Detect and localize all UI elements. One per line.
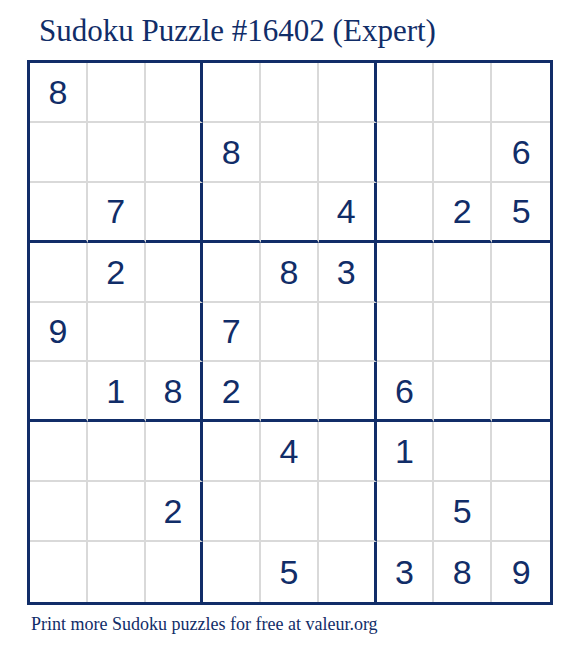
sudoku-cell-r3c2: 7 [88,183,146,243]
given-digit: 6 [512,135,531,169]
sudoku-cell-r2c4: 8 [203,123,261,183]
given-digit: 7 [222,314,241,348]
sudoku-cell-r5c6 [319,303,377,363]
given-digit: 1 [106,374,125,408]
sudoku-cell-r2c3 [146,123,204,183]
sudoku-cell-r2c5 [261,123,319,183]
sudoku-cell-r6c4: 2 [203,362,261,422]
sudoku-cell-r9c5: 5 [261,542,319,602]
sudoku-cell-r8c8: 5 [434,482,492,542]
sudoku-cell-r7c9 [492,422,550,482]
sudoku-cell-r4c4 [203,243,261,303]
sudoku-cell-r5c3 [146,303,204,363]
sudoku-cell-r5c2 [88,303,146,363]
sudoku-cell-r4c1 [30,243,88,303]
sudoku-cell-r3c1 [30,183,88,243]
sudoku-cell-r6c6 [319,362,377,422]
sudoku-cell-r1c5 [261,63,319,123]
sudoku-cell-r4c7 [377,243,435,303]
given-digit: 9 [48,314,67,348]
sudoku-cell-r7c7: 1 [377,422,435,482]
sudoku-cell-r1c6 [319,63,377,123]
sudoku-cell-r8c7 [377,482,435,542]
sudoku-cell-r2c2 [88,123,146,183]
sudoku-cell-r5c7 [377,303,435,363]
sudoku-cell-r8c6 [319,482,377,542]
given-digit: 6 [395,374,414,408]
given-digit: 5 [280,555,299,589]
given-digit: 9 [512,555,531,589]
given-digit: 8 [453,555,472,589]
given-digit: 2 [453,194,472,228]
sudoku-cell-r9c9: 9 [492,542,550,602]
sudoku-cell-r9c7: 3 [377,542,435,602]
sudoku-cell-r9c3 [146,542,204,602]
sudoku-cell-r5c1: 9 [30,303,88,363]
sudoku-cell-r6c8 [434,362,492,422]
sudoku-cell-r8c3: 2 [146,482,204,542]
sudoku-cell-r5c9 [492,303,550,363]
given-digit: 7 [106,194,125,228]
sudoku-cell-r6c2: 1 [88,362,146,422]
sudoku-cell-r9c2 [88,542,146,602]
sudoku-cell-r1c1: 8 [30,63,88,123]
sudoku-cell-r3c6: 4 [319,183,377,243]
given-digit: 5 [512,194,531,228]
sudoku-cell-r6c9 [492,362,550,422]
sudoku-cell-r3c3 [146,183,204,243]
sudoku-cell-r6c1 [30,362,88,422]
given-digit: 2 [222,374,241,408]
sudoku-cell-r3c5 [261,183,319,243]
sudoku-grid: 886742528397182641255389 [27,60,553,605]
sudoku-cell-r4c5: 8 [261,243,319,303]
sudoku-cell-r1c7 [377,63,435,123]
sudoku-cell-r5c5 [261,303,319,363]
sudoku-cell-r5c8 [434,303,492,363]
sudoku-cell-r9c6 [319,542,377,602]
given-digit: 4 [337,194,356,228]
sudoku-cell-r2c1 [30,123,88,183]
sudoku-cell-r8c4 [203,482,261,542]
page-title: Sudoku Puzzle #16402 (Expert) [39,13,436,49]
sudoku-cell-r6c5 [261,362,319,422]
sudoku-cell-r4c2: 2 [88,243,146,303]
given-digit: 3 [395,555,414,589]
given-digit: 5 [453,494,472,528]
given-digit: 4 [280,434,299,468]
sudoku-cell-r7c5: 4 [261,422,319,482]
sudoku-cell-r9c8: 8 [434,542,492,602]
sudoku-cell-r8c2 [88,482,146,542]
footer-text: Print more Sudoku puzzles for free at va… [31,614,378,635]
sudoku-cell-r8c9 [492,482,550,542]
sudoku-cell-r5c4: 7 [203,303,261,363]
sudoku-cell-r4c9 [492,243,550,303]
sudoku-cell-r1c8 [434,63,492,123]
given-digit: 1 [395,434,414,468]
sudoku-cell-r1c3 [146,63,204,123]
given-digit: 8 [280,255,299,289]
sudoku-cell-r2c9: 6 [492,123,550,183]
sudoku-cell-r4c3 [146,243,204,303]
sudoku-cell-r2c7 [377,123,435,183]
sudoku-cell-r8c5 [261,482,319,542]
sudoku-cell-r7c4 [203,422,261,482]
sudoku-cell-r9c4 [203,542,261,602]
sudoku-cell-r3c4 [203,183,261,243]
sudoku-cell-r2c6 [319,123,377,183]
sudoku-cell-r3c8: 2 [434,183,492,243]
sudoku-cell-r8c1 [30,482,88,542]
sudoku-cell-r3c7 [377,183,435,243]
sudoku-cell-r7c3 [146,422,204,482]
sudoku-cell-r7c8 [434,422,492,482]
sudoku-cell-r6c3: 8 [146,362,204,422]
sudoku-cell-r6c7: 6 [377,362,435,422]
given-digit: 8 [163,374,182,408]
sudoku-cell-r7c6 [319,422,377,482]
given-digit: 2 [163,494,182,528]
given-digit: 3 [337,255,356,289]
sudoku-cell-r2c8 [434,123,492,183]
given-digit: 8 [48,75,67,109]
given-digit: 8 [222,135,241,169]
sudoku-cell-r9c1 [30,542,88,602]
sudoku-cell-r1c9 [492,63,550,123]
sudoku-cell-r7c1 [30,422,88,482]
sudoku-cell-r4c6: 3 [319,243,377,303]
sudoku-cell-r1c2 [88,63,146,123]
sudoku-cell-r7c2 [88,422,146,482]
given-digit: 2 [106,255,125,289]
sudoku-cell-r3c9: 5 [492,183,550,243]
sudoku-cell-r1c4 [203,63,261,123]
sudoku-cell-r4c8 [434,243,492,303]
